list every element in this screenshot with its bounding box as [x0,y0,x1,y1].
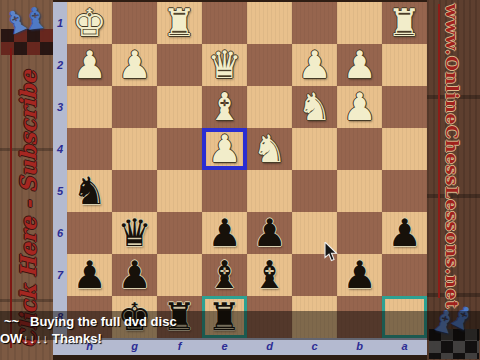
square-d7[interactable]: ♝ [247,254,292,296]
square-h5[interactable]: ♞ [67,170,112,212]
black-pawn-b7[interactable]: ♟ [337,254,382,296]
black-bishop-d7[interactable]: ♝ [247,254,292,296]
rank-label-3: 3 [53,86,67,128]
white-knight-d4[interactable]: ♞ [247,128,292,170]
black-pawn-a6[interactable]: ♟ [382,212,427,254]
square-b7[interactable]: ♟ [337,254,382,296]
square-h1[interactable]: ♚ [67,2,112,44]
file-label-e: e [202,338,247,355]
white-pawn-b2[interactable]: ♟ [337,44,382,86]
square-f6[interactable] [157,212,202,254]
square-c2[interactable]: ♟ [292,44,337,86]
white-rook-a1[interactable]: ♜ [382,2,427,44]
square-e3[interactable]: ♝ [202,86,247,128]
file-label-c: c [292,338,337,355]
white-pawn-e4[interactable]: ♟ [206,132,243,166]
chat-message-line1: ~~ Buying the full dvd disc [4,314,177,329]
square-g2[interactable]: ♟ [112,44,157,86]
square-d3[interactable] [247,86,292,128]
square-b3[interactable]: ♟ [337,86,382,128]
square-e2[interactable]: ♛ [202,44,247,86]
black-pawn-g7[interactable]: ♟ [112,254,157,296]
white-pawn-g2[interactable]: ♟ [112,44,157,86]
square-a2[interactable] [382,44,427,86]
square-f2[interactable] [157,44,202,86]
white-rook-f1[interactable]: ♜ [157,2,202,44]
square-g5[interactable] [112,170,157,212]
chess-board: ♚♜♜♟♟♛♟♟♝♞♟♟♞♞♛♟♟♟♟♟♝♝♟♚♜♜ [67,2,427,338]
square-d4[interactable]: ♞ [247,128,292,170]
square-g6[interactable]: ♛ [112,212,157,254]
white-pawn-c2[interactable]: ♟ [292,44,337,86]
square-e1[interactable] [202,2,247,44]
square-e4[interactable]: ♟ [202,128,247,170]
black-bishop-e7[interactable]: ♝ [202,254,247,296]
square-c5[interactable] [292,170,337,212]
square-g3[interactable] [112,86,157,128]
square-d1[interactable] [247,2,292,44]
mouse-cursor [324,242,338,262]
rank-label-7: 7 [53,254,67,296]
square-h6[interactable] [67,212,112,254]
square-a3[interactable] [382,86,427,128]
white-knight-c3[interactable]: ♞ [292,86,337,128]
file-label-a: a [382,338,427,355]
square-b2[interactable]: ♟ [337,44,382,86]
square-f3[interactable] [157,86,202,128]
square-f7[interactable] [157,254,202,296]
black-knight-h5[interactable]: ♞ [67,170,112,212]
white-bishop-e3[interactable]: ♝ [202,86,247,128]
square-c1[interactable] [292,2,337,44]
square-g4[interactable] [112,128,157,170]
rank-label-4: 4 [53,128,67,170]
black-pawn-e6[interactable]: ♟ [202,212,247,254]
square-h2[interactable]: ♟ [67,44,112,86]
square-f5[interactable] [157,170,202,212]
square-a5[interactable] [382,170,427,212]
square-f1[interactable]: ♜ [157,2,202,44]
square-b4[interactable] [337,128,382,170]
black-queen-g6[interactable]: ♛ [112,212,157,254]
square-g1[interactable] [112,2,157,44]
square-e7[interactable]: ♝ [202,254,247,296]
video-frame: ♝ ♝ Click Here - Subscribe www.OnlineChe… [0,0,480,360]
rank-label-1: 1 [53,2,67,44]
square-a6[interactable]: ♟ [382,212,427,254]
square-c4[interactable] [292,128,337,170]
black-pawn-h7[interactable]: ♟ [67,254,112,296]
file-label-g: g [112,338,157,355]
square-a4[interactable] [382,128,427,170]
white-pawn-b3[interactable]: ♟ [337,86,382,128]
white-king-h1[interactable]: ♚ [67,2,112,44]
square-a7[interactable] [382,254,427,296]
square-e5[interactable] [202,170,247,212]
file-label-f: f [157,338,202,355]
square-c3[interactable]: ♞ [292,86,337,128]
website-watermark: www.OnlineChessLessons.net [438,4,462,298]
square-g7[interactable]: ♟ [112,254,157,296]
black-pawn-d6[interactable]: ♟ [247,212,292,254]
square-f4[interactable] [157,128,202,170]
square-d5[interactable] [247,170,292,212]
square-b1[interactable] [337,2,382,44]
square-b5[interactable] [337,170,382,212]
square-h4[interactable] [67,128,112,170]
rank-label-6: 6 [53,212,67,254]
rank-label-2: 2 [53,44,67,86]
file-label-b: b [337,338,382,355]
white-queen-e2[interactable]: ♛ [202,44,247,86]
square-d2[interactable] [247,44,292,86]
square-h3[interactable] [67,86,112,128]
file-labels: hgfedcba [53,338,427,355]
file-label-d: d [247,338,292,355]
square-b6[interactable] [337,212,382,254]
blue-bishop-icon: ♝ [20,0,50,37]
square-d6[interactable]: ♟ [247,212,292,254]
chat-message-line2: OW↓↓↓↓ Thanks! [0,331,102,346]
rank-labels: 12345678 [53,2,67,338]
square-a1[interactable]: ♜ [382,2,427,44]
square-e6[interactable]: ♟ [202,212,247,254]
rank-label-5: 5 [53,170,67,212]
square-h7[interactable]: ♟ [67,254,112,296]
white-pawn-h2[interactable]: ♟ [67,44,112,86]
subscribe-call-to-action[interactable]: Click Here - Subscribe [10,48,41,348]
